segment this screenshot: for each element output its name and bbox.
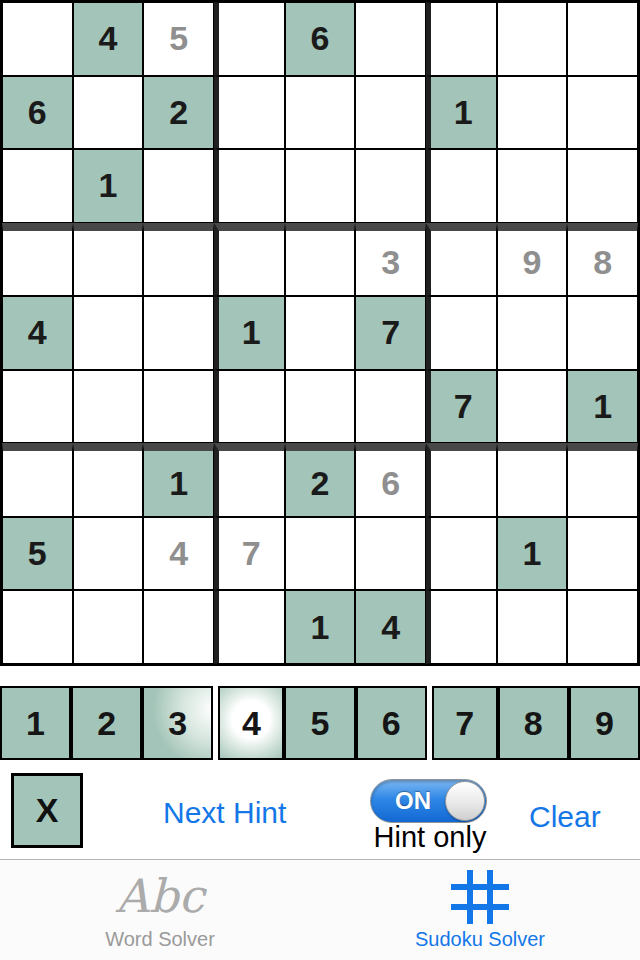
cell-r6c4[interactable]: [214, 370, 285, 444]
cell-r3c2[interactable]: 1: [73, 149, 144, 223]
cell-r9c7[interactable]: [426, 590, 497, 664]
cell-r7c2[interactable]: [73, 443, 144, 517]
cell-r3c9[interactable]: [567, 149, 638, 223]
cell-r1c9[interactable]: [567, 2, 638, 76]
cell-r7c1[interactable]: [2, 443, 73, 517]
cell-r4c3[interactable]: [143, 223, 214, 297]
cell-r8c7[interactable]: [426, 517, 497, 591]
pad-key-9[interactable]: 9: [569, 686, 640, 760]
pad-key-1[interactable]: 1: [0, 686, 71, 760]
cell-r1c8[interactable]: [497, 2, 568, 76]
cell-r1c1[interactable]: [2, 2, 73, 76]
cell-r8c3[interactable]: 4: [143, 517, 214, 591]
cell-r5c5[interactable]: [285, 296, 356, 370]
cell-r4c5[interactable]: [285, 223, 356, 297]
pad-key-3[interactable]: 3: [142, 686, 213, 760]
cell-r3c5[interactable]: [285, 149, 356, 223]
clear-button[interactable]: Clear: [529, 800, 601, 834]
cell-r3c7[interactable]: [426, 149, 497, 223]
hint-only-label: Hint only: [350, 821, 510, 854]
cell-r5c1[interactable]: 4: [2, 296, 73, 370]
cell-r6c6[interactable]: [355, 370, 426, 444]
cell-r7c6[interactable]: 6: [355, 443, 426, 517]
cell-r3c4[interactable]: [214, 149, 285, 223]
number-pad: 123456789: [0, 686, 640, 760]
cell-r3c1[interactable]: [2, 149, 73, 223]
pad-key-5[interactable]: 5: [284, 686, 355, 760]
cell-r7c7[interactable]: [426, 443, 497, 517]
cell-r9c6[interactable]: 4: [355, 590, 426, 664]
cell-r6c3[interactable]: [143, 370, 214, 444]
cell-r8c5[interactable]: [285, 517, 356, 591]
pad-key-6[interactable]: 6: [356, 686, 427, 760]
cell-r7c3[interactable]: 1: [143, 443, 214, 517]
cell-r4c4[interactable]: [214, 223, 285, 297]
cell-r9c5[interactable]: 1: [285, 590, 356, 664]
cell-r4c2[interactable]: [73, 223, 144, 297]
delete-button[interactable]: X: [11, 773, 83, 848]
pad-key-7[interactable]: 7: [432, 686, 498, 760]
cell-r4c8[interactable]: 9: [497, 223, 568, 297]
cell-r6c2[interactable]: [73, 370, 144, 444]
cell-r5c9[interactable]: [567, 296, 638, 370]
tab-bar: Abc Word Solver Sudoku Solver: [0, 859, 640, 960]
cell-r8c8[interactable]: 1: [497, 517, 568, 591]
cell-r4c1[interactable]: [2, 223, 73, 297]
cell-r3c8[interactable]: [497, 149, 568, 223]
cell-r8c1[interactable]: 5: [2, 517, 73, 591]
cell-r7c5[interactable]: 2: [285, 443, 356, 517]
cell-r8c9[interactable]: [567, 517, 638, 591]
cell-r6c7[interactable]: 7: [426, 370, 497, 444]
cell-r8c2[interactable]: [73, 517, 144, 591]
cell-r9c9[interactable]: [567, 590, 638, 664]
cell-r8c6[interactable]: [355, 517, 426, 591]
cell-r2c6[interactable]: [355, 76, 426, 150]
cell-r7c9[interactable]: [567, 443, 638, 517]
cell-r4c6[interactable]: 3: [355, 223, 426, 297]
controls-row: X Next Hint ON Hint only Clear: [0, 760, 640, 859]
cell-r6c5[interactable]: [285, 370, 356, 444]
cell-r1c2[interactable]: 4: [73, 2, 144, 76]
cell-r4c7[interactable]: [426, 223, 497, 297]
cell-r5c2[interactable]: [73, 296, 144, 370]
sudoku-board: 456621139841771126547114: [0, 0, 640, 666]
pad-key-8[interactable]: 8: [498, 686, 569, 760]
cell-r1c4[interactable]: [214, 2, 285, 76]
cell-r5c8[interactable]: [497, 296, 568, 370]
cell-r2c4[interactable]: [214, 76, 285, 150]
cell-r5c3[interactable]: [143, 296, 214, 370]
tab-word-solver[interactable]: Abc Word Solver: [0, 860, 320, 960]
cell-r2c5[interactable]: [285, 76, 356, 150]
cell-r5c4[interactable]: 1: [214, 296, 285, 370]
cell-r2c9[interactable]: [567, 76, 638, 150]
cell-r2c8[interactable]: [497, 76, 568, 150]
abc-script-icon: Abc: [116, 868, 204, 926]
cell-r7c8[interactable]: [497, 443, 568, 517]
cell-r3c6[interactable]: [355, 149, 426, 223]
cell-r2c3[interactable]: 2: [143, 76, 214, 150]
pad-key-4[interactable]: 4: [218, 686, 284, 760]
cell-r7c4[interactable]: [214, 443, 285, 517]
cell-r2c2[interactable]: [73, 76, 144, 150]
cell-r9c2[interactable]: [73, 590, 144, 664]
cell-r1c6[interactable]: [355, 2, 426, 76]
toggle-on-label: ON: [395, 787, 431, 815]
cell-r6c1[interactable]: [2, 370, 73, 444]
toggle-knob-icon[interactable]: [445, 781, 485, 821]
cell-r4c9[interactable]: 8: [567, 223, 638, 297]
cell-r6c8[interactable]: [497, 370, 568, 444]
next-hint-button[interactable]: Next Hint: [163, 796, 286, 830]
sudoku-grid-icon: [451, 868, 509, 926]
cell-r3c3[interactable]: [143, 149, 214, 223]
cell-r1c3[interactable]: 5: [143, 2, 214, 76]
cell-r1c7[interactable]: [426, 2, 497, 76]
cell-r9c3[interactable]: [143, 590, 214, 664]
pad-key-2[interactable]: 2: [71, 686, 142, 760]
cell-r5c6[interactable]: 7: [355, 296, 426, 370]
cell-r9c8[interactable]: [497, 590, 568, 664]
cell-r8c4[interactable]: 7: [214, 517, 285, 591]
cell-r2c7[interactable]: 1: [426, 76, 497, 150]
tab-word-solver-label: Word Solver: [105, 928, 215, 951]
hint-only-toggle[interactable]: ON: [370, 779, 487, 823]
tab-sudoku-solver-label: Sudoku Solver: [415, 928, 545, 951]
tab-sudoku-solver[interactable]: Sudoku Solver: [320, 860, 640, 960]
cell-r1c5[interactable]: 6: [285, 2, 356, 76]
cell-r5c7[interactable]: [426, 296, 497, 370]
cell-r9c1[interactable]: [2, 590, 73, 664]
cell-r6c9[interactable]: 1: [567, 370, 638, 444]
cell-r9c4[interactable]: [214, 590, 285, 664]
cell-r2c1[interactable]: 6: [2, 76, 73, 150]
